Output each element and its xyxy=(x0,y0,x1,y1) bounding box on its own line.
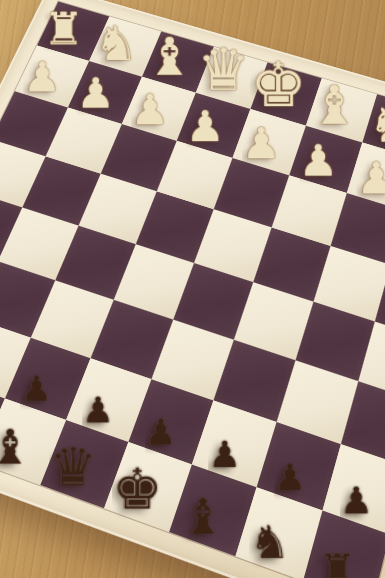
piece-black-pawn-g7[interactable]: ♟ xyxy=(273,460,306,497)
piece-white-bishop-c1[interactable]: ♝ xyxy=(145,31,193,83)
piece-white-bishop-f1[interactable]: ♝ xyxy=(310,78,360,132)
piece-white-pawn-c2[interactable]: ♟ xyxy=(131,88,170,130)
piece-black-king-e8[interactable]: ♚ xyxy=(112,461,163,517)
photo-scene: ♜♞♝♛♚♝♞♜♟♟♟♟♟♟♟♟♟♟♟♟♟♟♟♟♜♞♝♛♚♝♞♜ xyxy=(0,0,385,578)
piece-white-queen-d1[interactable]: ♛ xyxy=(197,41,250,99)
square-d6[interactable] xyxy=(91,300,174,379)
piece-black-pawn-c7[interactable]: ♟ xyxy=(20,372,52,407)
piece-black-queen-d8[interactable]: ♛ xyxy=(49,441,97,494)
piece-white-king-e1[interactable]: ♚ xyxy=(250,54,307,116)
piece-white-knight-b1[interactable]: ♞ xyxy=(94,19,138,67)
piece-black-bishop-c8[interactable]: ♝ xyxy=(0,424,32,472)
piece-black-pawn-h7[interactable]: ♟ xyxy=(340,483,374,520)
piece-white-pawn-a2[interactable]: ♟ xyxy=(23,56,61,97)
piece-black-bishop-f8[interactable]: ♝ xyxy=(181,492,225,541)
piece-black-pawn-d7[interactable]: ♟ xyxy=(82,393,114,429)
piece-white-knight-g1[interactable]: ♞ xyxy=(368,99,385,149)
piece-white-pawn-e2[interactable]: ♟ xyxy=(242,122,282,165)
piece-white-pawn-b2[interactable]: ♟ xyxy=(76,72,115,114)
piece-white-rook-a1[interactable]: ♜ xyxy=(43,7,84,51)
piece-white-pawn-f2[interactable]: ♟ xyxy=(298,139,338,182)
piece-white-pawn-g2[interactable]: ♟ xyxy=(356,156,385,200)
board-frame: ♜♞♝♛♚♝♞♜♟♟♟♟♟♟♟♟♟♟♟♟♟♟♟♟♜♞♝♛♚♝♞♜ xyxy=(0,0,385,578)
piece-white-pawn-d2[interactable]: ♟ xyxy=(186,105,225,148)
piece-black-pawn-e7[interactable]: ♟ xyxy=(145,415,177,451)
piece-black-rook-h8[interactable]: ♜ xyxy=(319,548,357,578)
piece-black-pawn-f7[interactable]: ♟ xyxy=(208,437,241,473)
chess-board[interactable]: ♜♞♝♛♚♝♞♜♟♟♟♟♟♟♟♟♟♟♟♟♟♟♟♟♜♞♝♛♚♝♞♜ xyxy=(0,2,385,578)
piece-black-knight-g8[interactable]: ♞ xyxy=(249,520,290,566)
